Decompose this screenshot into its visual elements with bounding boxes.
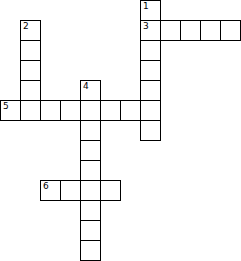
crossword-cell[interactable] xyxy=(100,180,121,201)
crossword-cell[interactable]: 2 xyxy=(20,20,41,41)
crossword-cell[interactable]: 3 xyxy=(140,20,161,41)
crossword-cell[interactable] xyxy=(20,60,41,81)
crossword-cell[interactable] xyxy=(20,100,41,121)
crossword-cell[interactable] xyxy=(140,80,161,101)
crossword-cell[interactable] xyxy=(20,40,41,61)
clue-number: 4 xyxy=(83,81,89,91)
crossword-cell[interactable] xyxy=(80,120,101,141)
crossword-cell[interactable] xyxy=(140,40,161,61)
crossword-cell[interactable] xyxy=(80,200,101,221)
crossword-cell[interactable] xyxy=(100,100,121,121)
crossword-cell[interactable]: 1 xyxy=(140,0,161,21)
crossword-cell[interactable] xyxy=(140,60,161,81)
crossword-cell[interactable] xyxy=(60,100,81,121)
crossword-cell[interactable] xyxy=(200,20,221,41)
clue-number: 6 xyxy=(43,181,49,191)
crossword-cell[interactable] xyxy=(180,20,201,41)
crossword-cell[interactable] xyxy=(80,180,101,201)
crossword-cell[interactable] xyxy=(20,80,41,101)
crossword-cell[interactable] xyxy=(220,20,241,41)
crossword-cell[interactable] xyxy=(140,100,161,121)
clue-number: 5 xyxy=(3,101,9,111)
crossword-cell[interactable] xyxy=(120,100,141,121)
clue-number: 2 xyxy=(23,21,29,31)
crossword-cell[interactable] xyxy=(60,180,81,201)
crossword-cell[interactable] xyxy=(80,100,101,121)
crossword-cell[interactable] xyxy=(80,240,101,261)
crossword-cell[interactable] xyxy=(160,20,181,41)
crossword-grid: 123456 xyxy=(0,0,241,261)
crossword-cell[interactable] xyxy=(80,160,101,181)
clue-number: 3 xyxy=(143,21,149,31)
crossword-cell[interactable] xyxy=(80,220,101,241)
crossword-cell[interactable] xyxy=(80,140,101,161)
crossword-cell[interactable]: 5 xyxy=(0,100,21,121)
crossword-cell[interactable] xyxy=(40,100,61,121)
crossword-cell[interactable]: 6 xyxy=(40,180,61,201)
clue-number: 1 xyxy=(143,1,149,11)
crossword-cell[interactable]: 4 xyxy=(80,80,101,101)
crossword-cell[interactable] xyxy=(140,120,161,141)
